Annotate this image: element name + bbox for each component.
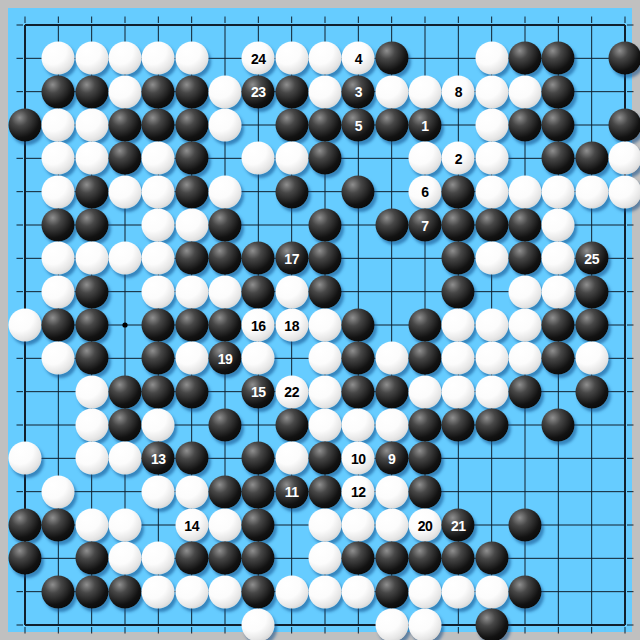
stone-black[interactable] (175, 375, 208, 408)
stone-white[interactable] (542, 242, 575, 275)
stone-white[interactable] (475, 142, 508, 175)
stone-black[interactable] (42, 209, 75, 242)
stone-white[interactable]: 24 (242, 42, 275, 75)
move-number-label: 13 (151, 450, 166, 466)
stone-white[interactable] (609, 142, 640, 175)
stone-white[interactable] (442, 309, 475, 342)
stone-white[interactable] (509, 342, 542, 375)
stone-black[interactable] (342, 542, 375, 575)
stone-white[interactable] (542, 175, 575, 208)
stone-white[interactable] (209, 575, 242, 608)
stone-white[interactable] (75, 42, 108, 75)
stone-white[interactable] (42, 242, 75, 275)
stone-black[interactable] (242, 509, 275, 542)
move-number-label: 6 (421, 184, 428, 200)
stone-black[interactable] (9, 109, 42, 142)
stone-black[interactable] (542, 42, 575, 75)
move-number-label: 24 (251, 50, 266, 66)
stone-white[interactable] (509, 309, 542, 342)
stone-black[interactable] (442, 275, 475, 308)
stone-black[interactable] (275, 409, 308, 442)
stone-black[interactable] (109, 409, 142, 442)
stone-black[interactable] (475, 209, 508, 242)
stone-black[interactable] (342, 175, 375, 208)
stone-white[interactable]: 20 (409, 509, 442, 542)
stone-black[interactable] (575, 375, 608, 408)
stone-black[interactable] (275, 109, 308, 142)
stone-black[interactable] (509, 109, 542, 142)
stone-white[interactable] (275, 142, 308, 175)
stone-black[interactable] (309, 275, 342, 308)
stone-white[interactable] (409, 575, 442, 608)
move-number-label: 12 (351, 484, 366, 500)
stone-black[interactable] (275, 75, 308, 108)
stone-white[interactable] (309, 75, 342, 108)
stone-black[interactable] (309, 142, 342, 175)
stone-black[interactable] (542, 409, 575, 442)
stone-black[interactable] (375, 209, 408, 242)
stone-black[interactable] (609, 42, 640, 75)
stone-white[interactable] (109, 542, 142, 575)
stone-white[interactable] (409, 375, 442, 408)
stone-white[interactable] (342, 409, 375, 442)
stone-black[interactable] (42, 309, 75, 342)
stone-black[interactable] (142, 109, 175, 142)
stone-white[interactable] (475, 375, 508, 408)
stone-black[interactable] (309, 475, 342, 508)
stone-black[interactable] (475, 409, 508, 442)
move-number-label: 23 (251, 84, 266, 100)
stone-white[interactable] (575, 175, 608, 208)
stone-white[interactable] (309, 575, 342, 608)
stone-black[interactable]: 1 (409, 109, 442, 142)
stone-black[interactable] (309, 442, 342, 475)
stone-black[interactable]: 5 (342, 109, 375, 142)
stone-black[interactable] (142, 75, 175, 108)
stone-white[interactable] (242, 609, 275, 640)
stone-white[interactable]: 12 (342, 475, 375, 508)
stone-white[interactable] (475, 575, 508, 608)
stone-white[interactable] (309, 309, 342, 342)
stone-white[interactable] (42, 142, 75, 175)
stone-white[interactable] (142, 409, 175, 442)
stone-white[interactable] (409, 609, 442, 640)
stone-white[interactable] (375, 409, 408, 442)
stone-black[interactable] (75, 175, 108, 208)
stone-black[interactable] (409, 409, 442, 442)
move-number-label: 1 (421, 117, 428, 133)
stone-black[interactable] (175, 142, 208, 175)
stone-black[interactable] (509, 242, 542, 275)
stone-black[interactable]: 21 (442, 509, 475, 542)
stone-white[interactable] (209, 275, 242, 308)
stone-white[interactable] (109, 242, 142, 275)
stone-white[interactable] (142, 275, 175, 308)
screenshot-root: 2442338512671725161819152213109111214202… (0, 0, 640, 640)
move-number-label: 25 (584, 250, 599, 266)
stone-black[interactable]: 23 (242, 75, 275, 108)
stone-white[interactable] (375, 342, 408, 375)
stone-black[interactable] (375, 542, 408, 575)
move-number-label: 16 (251, 317, 266, 333)
stone-black[interactable] (209, 209, 242, 242)
stone-black[interactable] (309, 209, 342, 242)
stone-black[interactable]: 3 (342, 75, 375, 108)
stone-white[interactable] (42, 109, 75, 142)
move-number-label: 20 (418, 517, 433, 533)
stone-white[interactable] (9, 309, 42, 342)
stone-black[interactable] (75, 209, 108, 242)
move-number-label: 14 (184, 517, 199, 533)
stone-black[interactable] (42, 75, 75, 108)
stone-black[interactable] (509, 42, 542, 75)
stone-white[interactable] (142, 175, 175, 208)
stone-white[interactable] (75, 509, 108, 542)
stone-white[interactable] (209, 109, 242, 142)
stone-white[interactable] (175, 42, 208, 75)
stone-black[interactable] (209, 309, 242, 342)
stone-black[interactable] (109, 109, 142, 142)
stone-white[interactable] (375, 609, 408, 640)
stone-black[interactable] (375, 575, 408, 608)
stone-white[interactable] (309, 375, 342, 408)
stone-white[interactable] (375, 475, 408, 508)
move-number-label: 10 (351, 450, 366, 466)
stone-white[interactable] (475, 75, 508, 108)
stone-white[interactable] (275, 275, 308, 308)
stone-black[interactable] (309, 109, 342, 142)
stone-black[interactable]: 11 (275, 475, 308, 508)
stone-white[interactable] (175, 475, 208, 508)
stone-white[interactable] (542, 275, 575, 308)
stone-white[interactable] (42, 42, 75, 75)
stone-black[interactable] (75, 542, 108, 575)
stone-black[interactable]: 9 (375, 442, 408, 475)
stone-white[interactable] (309, 42, 342, 75)
stone-white[interactable] (609, 175, 640, 208)
stone-white[interactable] (209, 175, 242, 208)
stone-white[interactable] (142, 475, 175, 508)
stone-white[interactable] (275, 442, 308, 475)
stone-white[interactable] (409, 142, 442, 175)
stone-black[interactable] (242, 575, 275, 608)
stone-black[interactable] (175, 542, 208, 575)
stone-white[interactable] (142, 42, 175, 75)
stone-black[interactable]: 15 (242, 375, 275, 408)
stone-black[interactable] (542, 342, 575, 375)
stone-black[interactable] (9, 509, 42, 542)
stone-black[interactable] (75, 75, 108, 108)
stone-white[interactable] (475, 109, 508, 142)
stone-black[interactable] (175, 442, 208, 475)
stone-black[interactable] (542, 142, 575, 175)
stone-white[interactable] (442, 342, 475, 375)
stone-black[interactable] (142, 309, 175, 342)
stone-black[interactable] (509, 509, 542, 542)
stone-black[interactable] (475, 542, 508, 575)
stone-black[interactable] (142, 342, 175, 375)
stone-black[interactable]: 25 (575, 242, 608, 275)
stone-white[interactable] (209, 509, 242, 542)
stone-white[interactable] (342, 575, 375, 608)
stone-white[interactable]: 4 (342, 42, 375, 75)
stone-black[interactable] (75, 342, 108, 375)
stone-white[interactable]: 2 (442, 142, 475, 175)
stone-white[interactable] (109, 75, 142, 108)
stone-black[interactable] (142, 375, 175, 408)
stone-white[interactable] (175, 275, 208, 308)
stone-black[interactable] (175, 75, 208, 108)
stone-black[interactable] (209, 542, 242, 575)
stone-white[interactable] (242, 342, 275, 375)
stone-black[interactable] (575, 142, 608, 175)
move-number-label: 8 (455, 84, 462, 100)
stone-white[interactable] (175, 575, 208, 608)
stone-white[interactable] (509, 175, 542, 208)
stone-white[interactable] (109, 509, 142, 542)
stone-white[interactable] (375, 509, 408, 542)
stone-white[interactable] (75, 242, 108, 275)
stone-white[interactable] (75, 109, 108, 142)
stone-white[interactable] (75, 409, 108, 442)
stone-black[interactable] (242, 242, 275, 275)
stone-black[interactable] (109, 375, 142, 408)
stone-black[interactable] (342, 309, 375, 342)
stone-white[interactable] (275, 575, 308, 608)
stone-black[interactable] (75, 309, 108, 342)
stone-white[interactable]: 18 (275, 309, 308, 342)
stone-white[interactable] (575, 342, 608, 375)
stone-white[interactable] (142, 142, 175, 175)
stone-black[interactable] (475, 609, 508, 640)
stone-black[interactable]: 7 (409, 209, 442, 242)
stone-white[interactable] (509, 75, 542, 108)
move-number-label: 2 (455, 150, 462, 166)
move-number-label: 18 (284, 317, 299, 333)
stone-black[interactable] (509, 209, 542, 242)
stone-black[interactable] (542, 75, 575, 108)
stone-white[interactable] (309, 542, 342, 575)
stone-white[interactable] (75, 375, 108, 408)
move-number-label: 22 (284, 384, 299, 400)
move-number-label: 19 (218, 350, 233, 366)
stone-black[interactable] (409, 342, 442, 375)
stone-black[interactable] (42, 509, 75, 542)
stone-white[interactable]: 10 (342, 442, 375, 475)
move-number-label: 5 (355, 117, 362, 133)
stone-black[interactable]: 13 (142, 442, 175, 475)
stone-black[interactable] (242, 275, 275, 308)
stone-black[interactable] (442, 409, 475, 442)
stone-white[interactable] (475, 342, 508, 375)
stone-white[interactable] (209, 75, 242, 108)
move-number-label: 3 (355, 84, 362, 100)
stone-black[interactable] (442, 242, 475, 275)
stone-white[interactable] (409, 75, 442, 108)
stone-black[interactable] (442, 175, 475, 208)
stone-black[interactable] (375, 109, 408, 142)
stone-white[interactable] (42, 475, 75, 508)
stone-white[interactable] (442, 375, 475, 408)
stone-black[interactable] (209, 409, 242, 442)
stone-black[interactable] (609, 109, 640, 142)
stone-black[interactable] (9, 542, 42, 575)
stone-white[interactable] (309, 342, 342, 375)
stone-white[interactable]: 8 (442, 75, 475, 108)
stone-black[interactable] (242, 542, 275, 575)
stone-white[interactable]: 6 (409, 175, 442, 208)
move-number-label: 7 (421, 217, 428, 233)
stone-black[interactable] (109, 575, 142, 608)
stone-black[interactable] (542, 109, 575, 142)
stone-white[interactable] (42, 342, 75, 375)
stone-black[interactable] (242, 475, 275, 508)
stone-black[interactable] (175, 309, 208, 342)
stone-black[interactable] (175, 175, 208, 208)
stone-white[interactable] (175, 209, 208, 242)
move-number-label: 17 (284, 250, 299, 266)
stone-white[interactable] (375, 75, 408, 108)
stone-white[interactable] (142, 209, 175, 242)
stone-white[interactable] (309, 509, 342, 542)
stone-black[interactable] (42, 575, 75, 608)
stone-white[interactable] (175, 342, 208, 375)
stone-black[interactable] (275, 175, 308, 208)
move-number-label: 21 (451, 517, 466, 533)
stone-black[interactable] (75, 275, 108, 308)
stone-black[interactable] (409, 475, 442, 508)
stone-white[interactable]: 14 (175, 509, 208, 542)
stone-white[interactable] (142, 542, 175, 575)
stone-black[interactable] (442, 542, 475, 575)
stone-white[interactable] (109, 42, 142, 75)
stone-white[interactable] (75, 442, 108, 475)
stone-black[interactable] (409, 542, 442, 575)
stone-white[interactable] (542, 209, 575, 242)
stone-black[interactable] (342, 375, 375, 408)
stone-white[interactable] (475, 42, 508, 75)
stone-black[interactable] (442, 209, 475, 242)
stone-white[interactable] (109, 442, 142, 475)
stone-white[interactable]: 22 (275, 375, 308, 408)
stone-black[interactable]: 17 (275, 242, 308, 275)
stone-white[interactable] (75, 142, 108, 175)
stone-white[interactable]: 16 (242, 309, 275, 342)
stone-black[interactable] (509, 575, 542, 608)
stone-white[interactable] (42, 175, 75, 208)
stone-white[interactable] (342, 509, 375, 542)
stone-black[interactable] (375, 42, 408, 75)
stone-black[interactable] (409, 442, 442, 475)
stone-white[interactable] (475, 175, 508, 208)
move-number-label: 15 (251, 384, 266, 400)
move-number-label: 11 (285, 484, 299, 500)
stone-black[interactable] (109, 142, 142, 175)
stone-white[interactable] (275, 42, 308, 75)
stone-black[interactable] (575, 309, 608, 342)
stone-white[interactable] (475, 309, 508, 342)
stone-black[interactable] (342, 342, 375, 375)
stone-black[interactable] (409, 309, 442, 342)
move-number-label: 9 (388, 450, 395, 466)
stone-black[interactable] (209, 475, 242, 508)
stone-black[interactable] (75, 575, 108, 608)
stone-black[interactable] (175, 109, 208, 142)
stone-white[interactable] (109, 175, 142, 208)
stone-black[interactable] (209, 242, 242, 275)
stone-black[interactable]: 19 (209, 342, 242, 375)
stone-white[interactable] (142, 242, 175, 275)
stone-black[interactable] (309, 242, 342, 275)
stone-white[interactable] (142, 575, 175, 608)
stone-black[interactable] (509, 375, 542, 408)
stone-white[interactable] (42, 275, 75, 308)
stone-black[interactable] (575, 275, 608, 308)
stone-white[interactable] (509, 275, 542, 308)
stone-white[interactable] (309, 409, 342, 442)
stone-black[interactable] (542, 309, 575, 342)
stone-white[interactable] (475, 242, 508, 275)
stone-white[interactable] (9, 442, 42, 475)
stone-black[interactable] (242, 442, 275, 475)
move-number-label: 4 (355, 50, 362, 66)
stone-black[interactable] (375, 375, 408, 408)
stone-white[interactable] (242, 142, 275, 175)
stone-black[interactable] (175, 242, 208, 275)
stone-white[interactable] (442, 575, 475, 608)
